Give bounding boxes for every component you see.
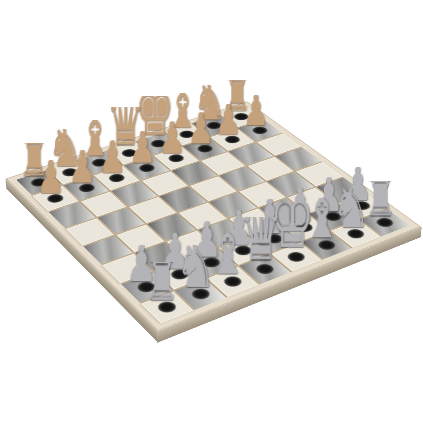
rook-icon: ♜ (144, 251, 180, 310)
chess-set-photo: ♜♞♝♛♚♝♞♜♟♟♟♟♟♟♟♟♟♟♟♟♟♟♟♟♜♞♝♛♚♝♞♜ (0, 0, 423, 423)
piece-wooden-pawn[interactable]: ♟ (11, 160, 91, 200)
piece-silver-rook[interactable]: ♜ (117, 262, 206, 309)
chess-board: ♜♞♝♛♚♝♞♜♟♟♟♟♟♟♟♟♟♟♟♟♟♟♟♟♜♞♝♛♚♝♞♜ (6, 101, 421, 331)
pawn-icon: ♟ (36, 154, 65, 200)
